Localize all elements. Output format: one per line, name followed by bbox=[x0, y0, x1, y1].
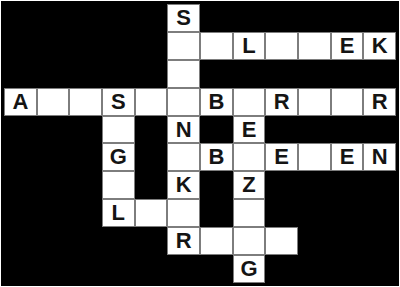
letter-cell-r1c5[interactable] bbox=[167, 32, 200, 60]
letter-cell-r3c3[interactable]: S bbox=[102, 88, 135, 116]
black-cell-r9c6 bbox=[200, 255, 233, 283]
black-cell-r4c9 bbox=[298, 116, 331, 144]
black-cell-r6c11 bbox=[363, 171, 396, 199]
page-background: SLEKASBRRNEGBEENKZLRG bbox=[0, 0, 400, 287]
black-cell-r4c2 bbox=[69, 116, 102, 144]
letter-cell-r8c7[interactable] bbox=[233, 227, 266, 255]
black-cell-r2c9 bbox=[298, 60, 331, 88]
black-cell-r1c3 bbox=[102, 32, 135, 60]
black-cell-r8c10 bbox=[331, 227, 364, 255]
letter-cell-r3c5[interactable] bbox=[167, 88, 200, 116]
black-cell-r6c10 bbox=[331, 171, 364, 199]
black-cell-r7c2 bbox=[69, 199, 102, 227]
letter-cell-r3c10[interactable] bbox=[331, 88, 364, 116]
letter-cell-r5c6[interactable]: B bbox=[200, 143, 233, 171]
black-cell-r0c4 bbox=[135, 4, 168, 32]
black-cell-r1c1 bbox=[37, 32, 70, 60]
black-cell-r9c3 bbox=[102, 255, 135, 283]
black-cell-r5c2 bbox=[69, 143, 102, 171]
black-cell-r5c4 bbox=[135, 143, 168, 171]
letter-cell-r1c6[interactable] bbox=[200, 32, 233, 60]
black-cell-r7c0 bbox=[4, 199, 37, 227]
letter-cell-r5c8[interactable]: E bbox=[265, 143, 298, 171]
black-cell-r7c8 bbox=[265, 199, 298, 227]
black-cell-r2c1 bbox=[37, 60, 70, 88]
letter-cell-r4c7[interactable]: E bbox=[233, 116, 266, 144]
black-cell-r5c1 bbox=[37, 143, 70, 171]
black-cell-r2c6 bbox=[200, 60, 233, 88]
letter-cell-r3c7[interactable] bbox=[233, 88, 266, 116]
black-cell-r9c2 bbox=[69, 255, 102, 283]
letter-cell-r1c11[interactable]: K bbox=[363, 32, 396, 60]
black-cell-r0c6 bbox=[200, 4, 233, 32]
black-cell-r6c2 bbox=[69, 171, 102, 199]
black-cell-r0c1 bbox=[37, 4, 70, 32]
letter-cell-r8c8[interactable] bbox=[265, 227, 298, 255]
letter-cell-r7c7[interactable] bbox=[233, 199, 266, 227]
black-cell-r7c9 bbox=[298, 199, 331, 227]
black-cell-r2c11 bbox=[363, 60, 396, 88]
black-cell-r1c2 bbox=[69, 32, 102, 60]
letter-cell-r3c11[interactable]: R bbox=[363, 88, 396, 116]
black-cell-r0c10 bbox=[331, 4, 364, 32]
crossword-grid: SLEKASBRRNEGBEENKZLRG bbox=[1, 1, 399, 286]
black-cell-r8c1 bbox=[37, 227, 70, 255]
letter-cell-r6c5[interactable]: K bbox=[167, 171, 200, 199]
black-cell-r9c5 bbox=[167, 255, 200, 283]
black-cell-r9c9 bbox=[298, 255, 331, 283]
letter-cell-r1c9[interactable] bbox=[298, 32, 331, 60]
black-cell-r7c6 bbox=[200, 199, 233, 227]
black-cell-r1c0 bbox=[4, 32, 37, 60]
black-cell-r9c11 bbox=[363, 255, 396, 283]
black-cell-r8c3 bbox=[102, 227, 135, 255]
black-cell-r0c11 bbox=[363, 4, 396, 32]
letter-cell-r5c5[interactable] bbox=[167, 143, 200, 171]
black-cell-r2c3 bbox=[102, 60, 135, 88]
black-cell-r8c9 bbox=[298, 227, 331, 255]
letter-cell-r3c6[interactable]: B bbox=[200, 88, 233, 116]
black-cell-r8c0 bbox=[4, 227, 37, 255]
letter-cell-r1c8[interactable] bbox=[265, 32, 298, 60]
black-cell-r2c2 bbox=[69, 60, 102, 88]
black-cell-r6c9 bbox=[298, 171, 331, 199]
black-cell-r9c10 bbox=[331, 255, 364, 283]
black-cell-r4c8 bbox=[265, 116, 298, 144]
black-cell-r7c1 bbox=[37, 199, 70, 227]
letter-cell-r0c5[interactable]: S bbox=[167, 4, 200, 32]
black-cell-r4c11 bbox=[363, 116, 396, 144]
black-cell-r2c8 bbox=[265, 60, 298, 88]
black-cell-r2c0 bbox=[4, 60, 37, 88]
letter-cell-r6c7[interactable]: Z bbox=[233, 171, 266, 199]
black-cell-r0c8 bbox=[265, 4, 298, 32]
letter-cell-r7c3[interactable]: L bbox=[102, 199, 135, 227]
black-cell-r6c0 bbox=[4, 171, 37, 199]
black-cell-r9c4 bbox=[135, 255, 168, 283]
black-cell-r7c11 bbox=[363, 199, 396, 227]
black-cell-r2c7 bbox=[233, 60, 266, 88]
letter-cell-r8c6[interactable] bbox=[200, 227, 233, 255]
black-cell-r9c8 bbox=[265, 255, 298, 283]
black-cell-r6c4 bbox=[135, 171, 168, 199]
letter-cell-r3c8[interactable]: R bbox=[265, 88, 298, 116]
black-cell-r0c7 bbox=[233, 4, 266, 32]
letter-cell-r5c3[interactable]: G bbox=[102, 143, 135, 171]
letter-cell-r5c10[interactable]: E bbox=[331, 143, 364, 171]
black-cell-r7c10 bbox=[331, 199, 364, 227]
black-cell-r1c4 bbox=[135, 32, 168, 60]
letter-cell-r8c5[interactable]: R bbox=[167, 227, 200, 255]
black-cell-r2c10 bbox=[331, 60, 364, 88]
letter-cell-r3c0[interactable]: A bbox=[4, 88, 37, 116]
black-cell-r9c0 bbox=[4, 255, 37, 283]
black-cell-r4c6 bbox=[200, 116, 233, 144]
black-cell-r0c0 bbox=[4, 4, 37, 32]
black-cell-r6c8 bbox=[265, 171, 298, 199]
letter-cell-r1c10[interactable]: E bbox=[331, 32, 364, 60]
black-cell-r6c1 bbox=[37, 171, 70, 199]
letter-cell-r7c4[interactable] bbox=[135, 199, 168, 227]
letter-cell-r5c11[interactable]: N bbox=[363, 143, 396, 171]
letter-cell-r1c7[interactable]: L bbox=[233, 32, 266, 60]
letter-cell-r3c4[interactable] bbox=[135, 88, 168, 116]
letter-cell-r4c5[interactable]: N bbox=[167, 116, 200, 144]
letter-cell-r5c9[interactable] bbox=[298, 143, 331, 171]
black-cell-r5c0 bbox=[4, 143, 37, 171]
black-cell-r4c4 bbox=[135, 116, 168, 144]
black-cell-r0c2 bbox=[69, 4, 102, 32]
black-cell-r9c1 bbox=[37, 255, 70, 283]
letter-cell-r5c7[interactable] bbox=[233, 143, 266, 171]
letter-cell-r3c9[interactable] bbox=[298, 88, 331, 116]
letter-cell-r7c5[interactable] bbox=[167, 199, 200, 227]
black-cell-r4c10 bbox=[331, 116, 364, 144]
letter-cell-r2c5[interactable] bbox=[167, 60, 200, 88]
letter-cell-r3c2[interactable] bbox=[69, 88, 102, 116]
black-cell-r0c3 bbox=[102, 4, 135, 32]
black-cell-r8c11 bbox=[363, 227, 396, 255]
letter-cell-r6c3[interactable] bbox=[102, 171, 135, 199]
black-cell-r2c4 bbox=[135, 60, 168, 88]
letter-cell-r4c3[interactable] bbox=[102, 116, 135, 144]
black-cell-r4c1 bbox=[37, 116, 70, 144]
black-cell-r6c6 bbox=[200, 171, 233, 199]
black-cell-r8c2 bbox=[69, 227, 102, 255]
black-cell-r8c4 bbox=[135, 227, 168, 255]
black-cell-r0c9 bbox=[298, 4, 331, 32]
letter-cell-r9c7[interactable]: G bbox=[233, 255, 266, 283]
black-cell-r4c0 bbox=[4, 116, 37, 144]
letter-cell-r3c1[interactable] bbox=[37, 88, 70, 116]
